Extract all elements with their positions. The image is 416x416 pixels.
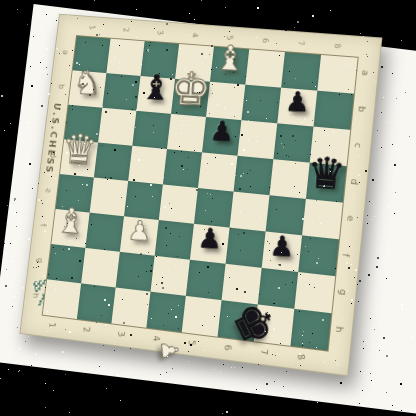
file-label: c [353,142,363,148]
board-square-g4[interactable] [151,256,190,296]
board-square-h2[interactable] [77,283,116,323]
board-square-g5[interactable] [186,260,226,300]
file-label: g [338,289,348,296]
chess-piece-white-pawn-off-board[interactable]: ♟ [157,339,181,361]
rank-label: 8 [333,43,342,49]
chess-piece-white-bishop[interactable]: ♝ [55,204,87,240]
board-square-f8[interactable] [298,235,339,276]
chess-piece-black-pawn[interactable]: ♟ [269,232,295,261]
rank-label: 1 [47,322,56,328]
file-label: a [360,70,370,76]
board-square-g2[interactable] [81,248,120,288]
board-square-h1[interactable] [43,279,81,319]
photo-background: U.S.CHESS 11aa22bb33cc44dd55ee66ff77gg88… [0,0,416,416]
rank-label: 7 [296,41,304,47]
board-square-c4[interactable] [167,114,206,153]
board-square-a8[interactable] [317,55,357,94]
board-square-b2[interactable] [102,73,140,111]
board-square-d3[interactable] [128,146,167,185]
rank-label: 1 [88,25,96,31]
file-label: e [44,188,52,193]
file-label: h [31,293,39,298]
chess-piece-white-queen[interactable]: ♛ [60,129,98,171]
file-label: f [39,224,47,227]
rank-label: 3 [156,30,164,36]
board-square-d7[interactable] [270,159,310,199]
rank-label: 7 [259,349,269,355]
rank-label: 2 [121,27,129,33]
rank-label: 4 [190,33,198,39]
board-square-e8[interactable] [302,199,343,239]
board-square-g3[interactable] [116,252,155,292]
board-square-c3[interactable] [132,111,171,149]
board-square-c2[interactable] [98,108,136,146]
file-label: c [52,119,60,124]
file-label: f [340,253,350,257]
board-square-d4[interactable] [163,149,202,188]
file-label: d [349,178,359,185]
file-label: g [36,258,44,263]
rank-label: 5 [187,340,196,346]
board-square-d6[interactable] [234,156,274,195]
chess-piece-black-pawn[interactable]: ♟ [197,224,223,252]
board-square-b8[interactable] [314,91,354,130]
board-square-d2[interactable] [94,143,132,181]
board-square-e4[interactable] [159,184,198,223]
rank-label: 3 [116,331,125,337]
chess-piece-white-king[interactable]: ♚ [169,66,212,112]
file-label: d [48,153,56,159]
file-label: h [334,326,344,333]
board-square-h3[interactable] [111,287,150,327]
rank-label: 6 [223,345,232,351]
file-label: a [61,50,69,55]
board-square-a2[interactable] [106,39,144,76]
chess-piece-white-pawn[interactable]: ♟ [127,217,152,245]
board-square-h8[interactable] [290,309,331,351]
file-label: b [57,84,65,90]
rank-label: 6 [261,38,269,44]
rank-label: 2 [82,327,91,333]
board-square-a6[interactable] [245,49,285,87]
board-square-f6[interactable] [226,228,266,268]
board-square-f4[interactable] [155,220,194,260]
chess-piece-black-pawn[interactable]: ♟ [209,117,235,145]
board-square-e2[interactable] [90,177,129,216]
board-square-h4[interactable] [146,292,185,333]
rank-label: 8 [296,354,306,360]
board-square-g1[interactable] [47,244,85,283]
board-square-d5[interactable] [198,152,237,191]
chess-piece-black-pawn[interactable]: ♟ [284,88,310,116]
board-square-b6[interactable] [241,85,281,124]
board-square-h5[interactable] [182,296,222,337]
file-label: b [357,106,367,113]
chess-piece-black-queen[interactable]: ♛ [306,152,347,196]
board-square-c6[interactable] [237,120,277,159]
board-square-f2[interactable] [85,213,124,252]
board-square-e6[interactable] [230,192,270,232]
chess-piece-white-knight[interactable]: ♞ [72,66,103,100]
file-label: e [345,215,355,222]
chess-board: U.S.CHESS 11aa22bb33cc44dd55ee66ff77gg88… [19,14,382,377]
chess-piece-black-bishop[interactable]: ♝ [140,71,172,106]
chess-piece-white-bishop[interactable]: ♝ [213,41,246,76]
board-square-g8[interactable] [294,272,335,313]
